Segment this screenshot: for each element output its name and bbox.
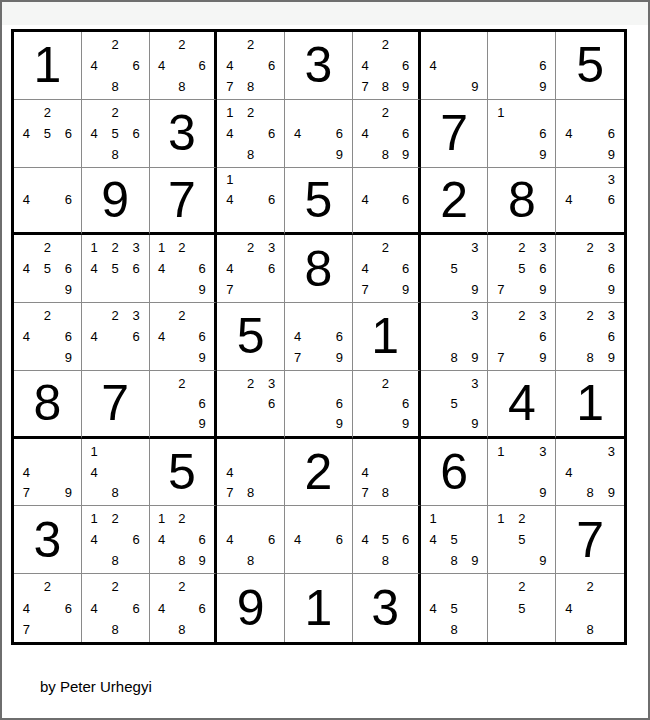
pencil-mark-8 — [444, 413, 465, 433]
cell-r4c9[interactable]: 2369 — [556, 235, 624, 303]
cell-r1c7[interactable]: 49 — [421, 32, 489, 100]
pencil-mark-8: 8 — [444, 347, 465, 368]
pencil-mark-6: 6 — [329, 326, 350, 347]
cell-r7c1[interactable]: 479 — [14, 439, 82, 507]
pencil-mark-6: 6 — [261, 55, 282, 76]
pencil-mark-8 — [37, 144, 58, 165]
pencil-mark-2: 2 — [511, 237, 532, 258]
cell-r4c4[interactable]: 23467 — [217, 235, 285, 303]
pencil-mark-2: 2 — [172, 508, 192, 529]
pencil-mark-3 — [601, 102, 622, 123]
pencil-mark-7 — [558, 347, 579, 368]
pencil-mark-9 — [261, 76, 282, 97]
pencil-mark-3 — [261, 34, 282, 55]
cell-r1c8[interactable]: 69 — [488, 32, 556, 100]
pencil-mark-9: 9 — [532, 144, 553, 165]
cell-r8c2[interactable]: 12468 — [82, 506, 150, 574]
cell-r3c4[interactable]: 146 — [217, 168, 285, 236]
pencil-mark-9 — [261, 550, 282, 571]
cell-r8c8[interactable]: 1259 — [488, 506, 556, 574]
cell-r5c8[interactable]: 23679 — [488, 303, 556, 371]
cell-value: 5 — [217, 303, 284, 370]
pencil-mark-3: 3 — [532, 237, 553, 258]
pencil-mark-7 — [152, 76, 172, 97]
pencil-mark-4: 4 — [84, 462, 105, 483]
pencil-mark-5 — [37, 462, 58, 483]
cell-r5c6[interactable]: 1 — [353, 303, 421, 371]
cell-r8c7[interactable]: 14589 — [421, 506, 489, 574]
cell-r5c7[interactable]: 389 — [421, 303, 489, 371]
pencil-mark-5 — [579, 123, 600, 144]
cell-r6c3[interactable]: 269 — [150, 371, 218, 439]
pencil-mark-7 — [219, 550, 240, 571]
cell-r3c2[interactable]: 9 — [82, 168, 150, 236]
pencil-mark-4: 4 — [84, 258, 105, 279]
pencil-mark-3: 3 — [261, 373, 282, 393]
pencil-mark-5 — [37, 190, 58, 210]
pencil-mark-7 — [558, 619, 579, 640]
cell-r4c7[interactable]: 359 — [421, 235, 489, 303]
cell-r9c2[interactable]: 2468 — [82, 574, 150, 642]
cell-r3c7[interactable]: 2 — [421, 168, 489, 236]
top-strip — [2, 2, 648, 25]
pencil-mark-2: 2 — [240, 102, 261, 123]
cell-value: 8 — [488, 168, 555, 233]
pencil-mark-7: 7 — [16, 483, 37, 504]
cell-r3c6[interactable]: 46 — [353, 168, 421, 236]
pencil-marks: 469 — [558, 102, 622, 165]
pencil-mark-9: 9 — [601, 483, 622, 504]
cell-r8c4[interactable]: 468 — [217, 506, 285, 574]
pencil-marks: 2469 — [152, 305, 213, 368]
pencil-mark-3 — [329, 102, 350, 123]
pencil-mark-1: 1 — [84, 508, 105, 529]
cell-r9c1[interactable]: 2467 — [14, 574, 82, 642]
pencil-mark-9 — [58, 210, 79, 230]
pencil-mark-6 — [465, 529, 486, 550]
cell-r2c6[interactable]: 24689 — [353, 100, 421, 168]
pencil-mark-5 — [444, 326, 465, 347]
cell-r5c9[interactable]: 23689 — [556, 303, 624, 371]
pencil-mark-3: 3 — [465, 237, 486, 258]
pencil-mark-8: 8 — [105, 550, 126, 571]
pencil-mark-9: 9 — [329, 144, 350, 165]
cell-r2c1[interactable]: 2456 — [14, 100, 82, 168]
cell-r9c4[interactable]: 9 — [217, 574, 285, 642]
pencil-mark-5 — [375, 258, 395, 279]
pencil-mark-1 — [219, 237, 240, 258]
cell-r7c7[interactable]: 6 — [421, 439, 489, 507]
pencil-mark-9 — [192, 76, 212, 97]
cell-r5c4[interactable]: 5 — [217, 303, 285, 371]
pencil-mark-9: 9 — [532, 347, 553, 368]
cell-r7c6[interactable]: 478 — [353, 439, 421, 507]
cell-r2c9[interactable]: 469 — [556, 100, 624, 168]
pencil-marks: 23689 — [558, 305, 622, 368]
pencil-mark-5: 5 — [444, 597, 465, 618]
pencil-mark-4 — [558, 258, 579, 279]
pencil-mark-2: 2 — [375, 34, 395, 55]
cell-r1c1[interactable]: 1 — [14, 32, 82, 100]
pencil-mark-6 — [465, 258, 486, 279]
pencil-mark-7 — [219, 144, 240, 165]
pencil-mark-7 — [84, 76, 105, 97]
pencil-mark-4: 4 — [152, 529, 172, 550]
pencil-mark-3 — [192, 305, 212, 326]
pencil-mark-9 — [261, 483, 282, 504]
pencil-mark-6 — [532, 462, 553, 483]
pencil-mark-3 — [126, 441, 147, 462]
pencil-mark-3 — [58, 102, 79, 123]
pencil-mark-9: 9 — [532, 550, 553, 571]
cell-r3c3[interactable]: 7 — [150, 168, 218, 236]
pencil-mark-1 — [355, 373, 375, 393]
pencil-marks: 25 — [490, 576, 553, 640]
cell-r9c9[interactable]: 248 — [556, 574, 624, 642]
cell-r6c6[interactable]: 269 — [353, 371, 421, 439]
pencil-mark-7 — [287, 144, 308, 165]
pencil-mark-5 — [308, 326, 329, 347]
pencil-mark-1 — [84, 305, 105, 326]
cell-r4c2[interactable]: 123456 — [82, 235, 150, 303]
pencil-mark-7 — [84, 483, 105, 504]
cell-r6c8[interactable]: 4 — [488, 371, 556, 439]
pencil-mark-6 — [532, 597, 553, 618]
cell-r4c6[interactable]: 24679 — [353, 235, 421, 303]
pencil-mark-8 — [511, 76, 532, 97]
pencil-mark-1: 1 — [490, 441, 511, 462]
pencil-mark-6 — [465, 597, 486, 618]
pencil-mark-7: 7 — [219, 483, 240, 504]
cell-value: 2 — [421, 168, 488, 233]
cell-r2c3[interactable]: 3 — [150, 100, 218, 168]
pencil-mark-9 — [395, 210, 415, 230]
pencil-mark-7: 7 — [490, 347, 511, 368]
pencil-mark-8: 8 — [240, 550, 261, 571]
pencil-mark-7 — [16, 210, 37, 230]
pencil-mark-2 — [579, 441, 600, 462]
pencil-mark-6 — [126, 462, 147, 483]
pencil-mark-7 — [355, 413, 375, 433]
pencil-mark-5 — [172, 55, 192, 76]
pencil-mark-2: 2 — [240, 237, 261, 258]
cell-r4c5[interactable]: 8 — [285, 235, 353, 303]
pencil-mark-4: 4 — [355, 190, 375, 210]
cell-r4c8[interactable]: 235679 — [488, 235, 556, 303]
cell-r5c1[interactable]: 2469 — [14, 303, 82, 371]
cell-r5c3[interactable]: 2469 — [150, 303, 218, 371]
cell-value: 1 — [556, 371, 624, 436]
cell-value: 9 — [82, 168, 149, 233]
cell-r3c8[interactable]: 8 — [488, 168, 556, 236]
pencil-mark-4: 4 — [558, 190, 579, 210]
pencil-mark-3: 3 — [465, 305, 486, 326]
cell-r1c5[interactable]: 3 — [285, 32, 353, 100]
cell-value: 3 — [150, 100, 215, 167]
pencil-mark-3 — [126, 102, 147, 123]
cell-value: 7 — [421, 100, 488, 167]
pencil-mark-7 — [152, 347, 172, 368]
pencil-mark-4: 4 — [16, 123, 37, 144]
pencil-mark-4: 4 — [16, 258, 37, 279]
pencil-mark-1 — [16, 305, 37, 326]
cell-r9c7[interactable]: 458 — [421, 574, 489, 642]
pencil-marks: 4568 — [355, 508, 416, 571]
pencil-mark-4 — [287, 393, 308, 413]
cell-r1c9[interactable]: 5 — [556, 32, 624, 100]
pencil-mark-5 — [308, 529, 329, 550]
cell-r2c8[interactable]: 169 — [488, 100, 556, 168]
pencil-mark-9 — [126, 279, 147, 300]
pencil-mark-3 — [395, 373, 415, 393]
pencil-mark-7 — [84, 619, 105, 640]
pencil-mark-4 — [490, 597, 511, 618]
cell-value: 8 — [285, 235, 352, 302]
pencil-mark-7 — [490, 619, 511, 640]
pencil-mark-3 — [532, 102, 553, 123]
pencil-mark-9 — [329, 550, 350, 571]
pencil-mark-1: 1 — [152, 237, 172, 258]
pencil-mark-2: 2 — [375, 373, 395, 393]
cell-r1c4[interactable]: 24678 — [217, 32, 285, 100]
pencil-mark-3 — [532, 34, 553, 55]
pencil-mark-9 — [395, 550, 415, 571]
pencil-mark-9: 9 — [329, 413, 350, 433]
pencil-mark-9: 9 — [532, 279, 553, 300]
pencil-mark-5 — [240, 258, 261, 279]
pencil-mark-7 — [490, 550, 511, 571]
pencil-mark-9: 9 — [601, 144, 622, 165]
cell-r7c8[interactable]: 139 — [488, 439, 556, 507]
cell-r7c2[interactable]: 148 — [82, 439, 150, 507]
pencil-mark-5: 5 — [375, 529, 395, 550]
cell-r9c6[interactable]: 3 — [353, 574, 421, 642]
pencil-marks: 69 — [490, 34, 553, 97]
pencil-mark-4 — [490, 258, 511, 279]
pencil-mark-8: 8 — [240, 144, 261, 165]
pencil-marks: 169 — [490, 102, 553, 165]
pencil-mark-9: 9 — [58, 483, 79, 504]
pencil-mark-5: 5 — [511, 597, 532, 618]
pencil-mark-2: 2 — [172, 34, 192, 55]
cell-r6c5[interactable]: 69 — [285, 371, 353, 439]
pencil-mark-4: 4 — [16, 462, 37, 483]
pencil-marks: 12469 — [152, 237, 213, 300]
pencil-mark-2: 2 — [240, 34, 261, 55]
pencil-mark-8 — [105, 279, 126, 300]
pencil-mark-5: 5 — [511, 258, 532, 279]
pencil-mark-1 — [84, 576, 105, 597]
pencil-mark-4: 4 — [84, 529, 105, 550]
pencil-mark-1 — [490, 305, 511, 326]
pencil-mark-5 — [105, 55, 126, 76]
pencil-mark-7 — [219, 210, 240, 230]
pencil-mark-9 — [126, 76, 147, 97]
pencil-mark-5 — [240, 393, 261, 413]
pencil-mark-5 — [172, 597, 192, 618]
cell-r8c5[interactable]: 46 — [285, 506, 353, 574]
pencil-mark-9 — [58, 144, 79, 165]
pencil-mark-2 — [308, 373, 329, 393]
cell-r2c4[interactable]: 12468 — [217, 100, 285, 168]
pencil-mark-6: 6 — [192, 326, 212, 347]
cell-r1c3[interactable]: 2468 — [150, 32, 218, 100]
cell-r2c5[interactable]: 469 — [285, 100, 353, 168]
pencil-mark-8 — [240, 279, 261, 300]
pencil-mark-8 — [37, 210, 58, 230]
pencil-mark-2: 2 — [105, 576, 126, 597]
pencil-mark-3 — [58, 305, 79, 326]
cell-value: 5 — [285, 168, 352, 233]
pencil-mark-8 — [444, 76, 465, 97]
pencil-mark-3 — [58, 441, 79, 462]
pencil-marks: 12468 — [84, 508, 147, 571]
pencil-mark-2 — [444, 34, 465, 55]
pencil-mark-4: 4 — [355, 55, 375, 76]
pencil-mark-1 — [355, 34, 375, 55]
pencil-mark-8 — [172, 279, 192, 300]
pencil-mark-7 — [558, 144, 579, 165]
pencil-mark-3 — [58, 170, 79, 190]
cell-r7c9[interactable]: 3489 — [556, 439, 624, 507]
pencil-marks: 269 — [152, 373, 213, 434]
pencil-mark-7 — [423, 619, 444, 640]
pencil-mark-4 — [490, 55, 511, 76]
pencil-mark-3: 3 — [601, 237, 622, 258]
pencil-mark-9: 9 — [192, 347, 212, 368]
pencil-mark-5 — [511, 326, 532, 347]
pencil-marks: 248 — [558, 576, 622, 640]
pencil-mark-4: 4 — [558, 462, 579, 483]
cell-r8c1[interactable]: 3 — [14, 506, 82, 574]
pencil-mark-8 — [308, 413, 329, 433]
pencil-mark-6: 6 — [261, 393, 282, 413]
cell-r6c1[interactable]: 8 — [14, 371, 82, 439]
pencil-mark-6: 6 — [395, 55, 415, 76]
pencil-mark-7: 7 — [219, 279, 240, 300]
cell-value: 3 — [353, 574, 418, 642]
pencil-marks: 23467 — [219, 237, 282, 300]
cell-r8c9[interactable]: 7 — [556, 506, 624, 574]
pencil-mark-3: 3 — [532, 441, 553, 462]
pencil-mark-6: 6 — [395, 123, 415, 144]
cell-r4c1[interactable]: 24569 — [14, 235, 82, 303]
pencil-mark-1 — [152, 305, 172, 326]
pencil-mark-5 — [37, 326, 58, 347]
cell-r7c4[interactable]: 478 — [217, 439, 285, 507]
pencil-mark-2 — [579, 102, 600, 123]
pencil-mark-3 — [601, 576, 622, 597]
pencil-mark-8: 8 — [444, 550, 465, 571]
cell-r1c6[interactable]: 246789 — [353, 32, 421, 100]
pencil-mark-4 — [423, 258, 444, 279]
pencil-mark-1 — [490, 576, 511, 597]
cell-r3c1[interactable]: 46 — [14, 168, 82, 236]
cell-r6c4[interactable]: 236 — [217, 371, 285, 439]
pencil-mark-4 — [490, 462, 511, 483]
pencil-mark-8: 8 — [105, 483, 126, 504]
pencil-mark-2: 2 — [37, 576, 58, 597]
cell-r9c8[interactable]: 25 — [488, 574, 556, 642]
cell-r9c3[interactable]: 2468 — [150, 574, 218, 642]
pencil-mark-1: 1 — [219, 102, 240, 123]
pencil-mark-7 — [355, 144, 375, 165]
pencil-mark-6: 6 — [192, 529, 212, 550]
cell-r1c2[interactable]: 2468 — [82, 32, 150, 100]
pencil-mark-5 — [375, 190, 395, 210]
cell-r3c5[interactable]: 5 — [285, 168, 353, 236]
pencil-mark-2 — [240, 508, 261, 529]
pencil-marks: 2369 — [558, 237, 622, 300]
pencil-mark-3 — [261, 508, 282, 529]
pencil-mark-3 — [192, 237, 212, 258]
cell-r2c7[interactable]: 7 — [421, 100, 489, 168]
cell-r6c2[interactable]: 7 — [82, 371, 150, 439]
pencil-mark-5 — [240, 55, 261, 76]
pencil-mark-2 — [375, 170, 395, 190]
pencil-marks: 469 — [287, 102, 350, 165]
cell-r8c3[interactable]: 124689 — [150, 506, 218, 574]
pencil-mark-4: 4 — [16, 190, 37, 210]
cell-r5c5[interactable]: 4679 — [285, 303, 353, 371]
pencil-mark-1 — [423, 237, 444, 258]
pencil-mark-8 — [375, 413, 395, 433]
cell-r7c3[interactable]: 5 — [150, 439, 218, 507]
pencil-mark-7 — [152, 413, 172, 433]
pencil-mark-9: 9 — [532, 483, 553, 504]
cell-r4c3[interactable]: 12469 — [150, 235, 218, 303]
pencil-mark-2 — [511, 441, 532, 462]
pencil-mark-2: 2 — [37, 102, 58, 123]
pencil-marks: 24568 — [84, 102, 147, 165]
pencil-mark-6: 6 — [126, 597, 147, 618]
cell-r3c9[interactable]: 346 — [556, 168, 624, 236]
cell-r8c6[interactable]: 4568 — [353, 506, 421, 574]
pencil-mark-6: 6 — [58, 597, 79, 618]
cell-r5c2[interactable]: 2346 — [82, 303, 150, 371]
cell-r2c2[interactable]: 24568 — [82, 100, 150, 168]
pencil-mark-1: 1 — [219, 170, 240, 190]
pencil-mark-9 — [261, 413, 282, 433]
pencil-mark-4 — [219, 393, 240, 413]
sudoku-board: 1246824682467832467894969524562456831246… — [11, 29, 627, 645]
pencil-mark-2 — [240, 170, 261, 190]
pencil-mark-6: 6 — [126, 258, 147, 279]
cell-value: 5 — [556, 32, 624, 99]
pencil-mark-2 — [579, 170, 600, 190]
cell-r7c5[interactable]: 2 — [285, 439, 353, 507]
pencil-mark-5 — [579, 597, 600, 618]
pencil-mark-1 — [84, 34, 105, 55]
pencil-mark-7: 7 — [16, 619, 37, 640]
cell-r6c7[interactable]: 359 — [421, 371, 489, 439]
pencil-marks: 46 — [287, 508, 350, 571]
pencil-mark-2: 2 — [375, 237, 395, 258]
pencil-mark-6: 6 — [395, 393, 415, 413]
cell-r9c5[interactable]: 1 — [285, 574, 353, 642]
pencil-mark-3 — [395, 102, 415, 123]
pencil-mark-9: 9 — [58, 279, 79, 300]
pencil-mark-2: 2 — [579, 576, 600, 597]
cell-value: 7 — [150, 168, 215, 233]
pencil-mark-8: 8 — [375, 76, 395, 97]
pencil-marks: 346 — [558, 170, 622, 231]
pencil-mark-2: 2 — [37, 237, 58, 258]
pencil-mark-8 — [308, 144, 329, 165]
pencil-mark-5 — [579, 190, 600, 210]
cell-r6c9[interactable]: 1 — [556, 371, 624, 439]
pencil-mark-3 — [532, 576, 553, 597]
